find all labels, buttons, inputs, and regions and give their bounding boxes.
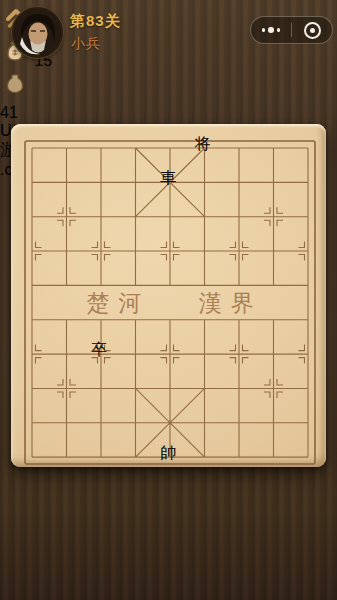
board-cell[interactable]: [84, 406, 119, 440]
more-button[interactable]: [251, 17, 291, 43]
board-cell[interactable]: [15, 406, 50, 440]
black-general-piece[interactable]: 将: [184, 126, 221, 163]
player-avatar[interactable]: [12, 7, 63, 58]
board-cell[interactable]: [222, 131, 257, 165]
board-cell[interactable]: [84, 268, 119, 302]
board-cell[interactable]: [257, 440, 292, 474]
red-general-piece[interactable]: 帥: [150, 435, 187, 472]
board-cell[interactable]: [153, 234, 188, 268]
partial-number: 41: [0, 104, 337, 122]
board-cell[interactable]: [50, 268, 85, 302]
board-cell[interactable]: [15, 337, 50, 371]
board-cell[interactable]: [15, 440, 50, 474]
board-cell[interactable]: [50, 440, 85, 474]
board-cell[interactable]: [291, 200, 326, 234]
board-cell[interactable]: [222, 337, 257, 371]
xiangqi-board: 楚河漢界 将車卒帥: [11, 124, 326, 467]
board-cell[interactable]: [257, 303, 292, 337]
board-cell[interactable]: [84, 165, 119, 199]
board-cell[interactable]: [257, 406, 292, 440]
board-cell[interactable]: [15, 200, 50, 234]
exit-button[interactable]: [292, 17, 332, 43]
board-cell[interactable]: [84, 371, 119, 405]
board-cell[interactable]: [84, 200, 119, 234]
board-cell[interactable]: [119, 268, 154, 302]
board-cell[interactable]: [153, 371, 188, 405]
board-cell[interactable]: [50, 200, 85, 234]
board-cell[interactable]: [291, 165, 326, 199]
board-cell[interactable]: [257, 371, 292, 405]
board-cell[interactable]: [50, 234, 85, 268]
board-cell[interactable]: 将: [188, 131, 223, 165]
board-cell[interactable]: [119, 303, 154, 337]
board-cell[interactable]: [188, 371, 223, 405]
board-cell[interactable]: [188, 268, 223, 302]
board-cell[interactable]: [257, 165, 292, 199]
board-cell[interactable]: 車: [153, 165, 188, 199]
board-cell[interactable]: [50, 165, 85, 199]
board-cell[interactable]: [119, 371, 154, 405]
board-cell[interactable]: [222, 234, 257, 268]
board-cell[interactable]: [50, 371, 85, 405]
board-cell[interactable]: [84, 234, 119, 268]
board-cell[interactable]: [153, 200, 188, 234]
board-cell[interactable]: [119, 337, 154, 371]
board-cell[interactable]: [84, 131, 119, 165]
board-cell[interactable]: [50, 131, 85, 165]
more-dots-icon: [262, 27, 281, 33]
board-cell[interactable]: [222, 303, 257, 337]
black-soldier-piece[interactable]: 卒: [81, 332, 118, 369]
board-cell[interactable]: [119, 131, 154, 165]
board-cell[interactable]: [15, 131, 50, 165]
board-cell[interactable]: [84, 440, 119, 474]
board-cell[interactable]: [153, 303, 188, 337]
board-cell[interactable]: [188, 337, 223, 371]
board-cell[interactable]: [222, 200, 257, 234]
board-cell[interactable]: [15, 303, 50, 337]
board-cell[interactable]: [119, 165, 154, 199]
board-cell[interactable]: [188, 303, 223, 337]
miniprogram-capsule: [250, 16, 333, 44]
board-cell[interactable]: [291, 234, 326, 268]
board-cell[interactable]: [119, 406, 154, 440]
board-cell[interactable]: 卒: [84, 337, 119, 371]
board-cell[interactable]: [222, 440, 257, 474]
board-cell[interactable]: [15, 165, 50, 199]
board-cell[interactable]: [188, 406, 223, 440]
board-cell[interactable]: [153, 268, 188, 302]
board-cell[interactable]: [291, 440, 326, 474]
board-cell[interactable]: [15, 268, 50, 302]
board-cell[interactable]: [291, 131, 326, 165]
board-cell[interactable]: [257, 337, 292, 371]
avatar-portrait-icon: [14, 9, 61, 56]
level-name: 小兵: [71, 35, 101, 53]
board-cell[interactable]: [50, 406, 85, 440]
board-cell[interactable]: [257, 234, 292, 268]
board-cell[interactable]: [291, 371, 326, 405]
board-cell[interactable]: [188, 440, 223, 474]
target-circle-icon: [304, 22, 321, 39]
board-cell[interactable]: [50, 337, 85, 371]
board-cell[interactable]: [291, 337, 326, 371]
board-cell[interactable]: [15, 371, 50, 405]
board-cell[interactable]: [119, 200, 154, 234]
board-cell[interactable]: [291, 268, 326, 302]
board-cell[interactable]: [291, 406, 326, 440]
help-jug-button[interactable]: [0, 70, 337, 104]
board-cell[interactable]: [222, 268, 257, 302]
board-cell[interactable]: [153, 337, 188, 371]
board-cell[interactable]: [291, 303, 326, 337]
board-cell[interactable]: [119, 234, 154, 268]
board-cell[interactable]: [257, 268, 292, 302]
board-cell[interactable]: [15, 234, 50, 268]
level-label: 第83关: [70, 12, 121, 31]
board-cell[interactable]: [222, 406, 257, 440]
board-cell[interactable]: [222, 371, 257, 405]
jug-icon: [0, 70, 30, 100]
red-chariot-piece[interactable]: 車: [150, 160, 187, 197]
board-grid: 将車卒帥: [15, 131, 326, 474]
board-cell[interactable]: [188, 200, 223, 234]
board-cell[interactable]: [119, 440, 154, 474]
board-cell[interactable]: [188, 234, 223, 268]
board-cell[interactable]: [222, 165, 257, 199]
board-cell[interactable]: 帥: [153, 440, 188, 474]
board-cell[interactable]: [188, 165, 223, 199]
board-cell[interactable]: [50, 303, 85, 337]
board-cell[interactable]: [257, 200, 292, 234]
board-cell[interactable]: [257, 131, 292, 165]
